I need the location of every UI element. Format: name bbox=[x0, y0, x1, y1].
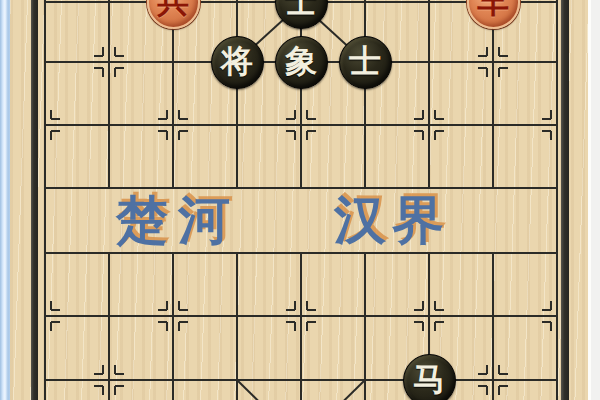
board-point-f0-r6[interactable] bbox=[25, 296, 65, 336]
board-point-f2-r5[interactable] bbox=[153, 233, 193, 273]
board-point-f6-r3[interactable] bbox=[409, 105, 449, 145]
board-point-f7-r4[interactable] bbox=[473, 168, 513, 208]
piece-glyph: 士 bbox=[285, 0, 317, 17]
piece-glyph: 士 bbox=[349, 45, 381, 77]
board-point-f8-r1[interactable] bbox=[537, 0, 577, 22]
board-point-f0-r4[interactable] bbox=[25, 168, 65, 208]
board-point-f2-r3[interactable] bbox=[153, 105, 193, 145]
board-point-f8-r2[interactable] bbox=[537, 42, 577, 82]
board-point-f4-r4[interactable] bbox=[281, 168, 321, 208]
board-point-f6-r5[interactable] bbox=[409, 233, 449, 273]
piece-glyph: 马 bbox=[413, 363, 445, 395]
board-point-f5-r4[interactable] bbox=[345, 168, 385, 208]
board-point-f6-r4[interactable] bbox=[409, 168, 449, 208]
piece-glyph: 象 bbox=[285, 45, 317, 77]
board-point-f7-r5[interactable] bbox=[473, 233, 513, 273]
board-point-f0-r5[interactable] bbox=[25, 233, 65, 273]
board-point-f5-r1[interactable] bbox=[345, 0, 385, 22]
board-point-f7-r2[interactable] bbox=[473, 42, 513, 82]
board-point-f3-r1[interactable] bbox=[217, 0, 257, 22]
board-point-f5-r7[interactable] bbox=[345, 360, 385, 400]
xiangqi-board-screenshot: 楚河 汉界 兵士车将象士马 bbox=[0, 0, 600, 400]
board-point-f2-r2[interactable] bbox=[153, 42, 193, 82]
board-point-f5-r5[interactable] bbox=[345, 233, 385, 273]
piece-black-elephant[interactable]: 象 bbox=[275, 36, 328, 89]
board-point-f4-r7[interactable] bbox=[281, 360, 321, 400]
board-point-f3-r6[interactable] bbox=[217, 296, 257, 336]
board-point-f3-r7[interactable] bbox=[217, 360, 257, 400]
board-point-f8-r4[interactable] bbox=[537, 168, 577, 208]
board-point-f1-r5[interactable] bbox=[89, 233, 129, 273]
board-point-f7-r6[interactable] bbox=[473, 296, 513, 336]
board-point-f4-r5[interactable] bbox=[281, 233, 321, 273]
board-point-f1-r7[interactable] bbox=[89, 360, 129, 400]
board-point-f4-r6[interactable] bbox=[281, 296, 321, 336]
board-point-f1-r2[interactable] bbox=[89, 42, 129, 82]
piece-glyph: 兵 bbox=[157, 0, 189, 17]
board-point-f6-r2[interactable] bbox=[409, 42, 449, 82]
board-point-f0-r1[interactable] bbox=[25, 0, 65, 22]
board-point-f4-r3[interactable] bbox=[281, 105, 321, 145]
piece-glyph: 车 bbox=[477, 0, 509, 17]
piece-black-advisor-2[interactable]: 士 bbox=[339, 36, 392, 89]
board-point-f8-r7[interactable] bbox=[537, 360, 577, 400]
board-point-f0-r2[interactable] bbox=[25, 42, 65, 82]
board-point-f2-r4[interactable] bbox=[153, 168, 193, 208]
piece-black-general[interactable]: 将 bbox=[211, 36, 264, 89]
board-point-f8-r3[interactable] bbox=[537, 105, 577, 145]
board-point-f5-r3[interactable] bbox=[345, 105, 385, 145]
piece-black-horse[interactable]: 马 bbox=[403, 354, 456, 400]
board-point-f5-r6[interactable] bbox=[345, 296, 385, 336]
board-point-f1-r1[interactable] bbox=[89, 0, 129, 22]
board-point-f0-r7[interactable] bbox=[25, 360, 65, 400]
board-point-f6-r6[interactable] bbox=[409, 296, 449, 336]
board-point-f1-r4[interactable] bbox=[89, 168, 129, 208]
board-point-f0-r3[interactable] bbox=[25, 105, 65, 145]
board-point-f1-r3[interactable] bbox=[89, 105, 129, 145]
board-point-f2-r6[interactable] bbox=[153, 296, 193, 336]
board-point-f1-r6[interactable] bbox=[89, 296, 129, 336]
piece-glyph: 将 bbox=[221, 45, 253, 77]
board-point-f3-r5[interactable] bbox=[217, 233, 257, 273]
board-point-f8-r5[interactable] bbox=[537, 233, 577, 273]
board-point-f6-r1[interactable] bbox=[409, 0, 449, 22]
board-point-f8-r6[interactable] bbox=[537, 296, 577, 336]
board-point-f3-r3[interactable] bbox=[217, 105, 257, 145]
board-point-f2-r7[interactable] bbox=[153, 360, 193, 400]
board-point-f7-r7[interactable] bbox=[473, 360, 513, 400]
board-point-f7-r3[interactable] bbox=[473, 105, 513, 145]
board-point-f3-r4[interactable] bbox=[217, 168, 257, 208]
